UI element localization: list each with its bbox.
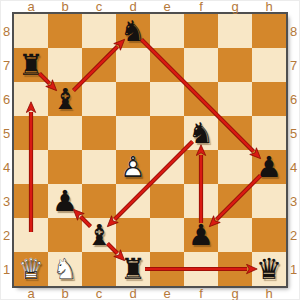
square-d1[interactable]: ♜ (116, 252, 150, 286)
file-label-top-e: e (150, 0, 184, 13)
piece-white-queen-a1[interactable]: ♕ (14, 252, 48, 286)
square-g2[interactable] (218, 218, 252, 252)
rank-label-right-5: 5 (287, 116, 300, 150)
square-d6[interactable] (116, 82, 150, 116)
square-c8[interactable] (82, 14, 116, 48)
square-g7[interactable] (218, 48, 252, 82)
file-label-bottom-c: c (82, 287, 116, 300)
piece-white-pawn-d4[interactable]: ♙ (116, 150, 150, 184)
square-c5[interactable] (82, 116, 116, 150)
file-label-bottom-d: d (116, 287, 150, 300)
file-label-top-h: h (252, 0, 286, 13)
chess-board: ♞♜♝♞♟♙♟♟♝♟♛♕♞♘♜♛ (14, 14, 286, 286)
square-e7[interactable] (150, 48, 184, 82)
square-c2[interactable]: ♝ (82, 218, 116, 252)
square-d4[interactable]: ♟♙ (116, 150, 150, 184)
square-h8[interactable] (252, 14, 286, 48)
file-label-bottom-g: g (218, 287, 252, 300)
file-label-top-c: c (82, 0, 116, 13)
piece-black-queen-h1[interactable]: ♛ (252, 252, 286, 286)
square-d3[interactable] (116, 184, 150, 218)
rank-label-left-6: 6 (0, 82, 13, 116)
square-e5[interactable] (150, 116, 184, 150)
file-label-top-a: a (14, 0, 48, 13)
file-label-top-g: g (218, 0, 252, 13)
square-b5[interactable] (48, 116, 82, 150)
piece-black-bishop-b6[interactable]: ♝ (48, 82, 82, 116)
square-a6[interactable] (14, 82, 48, 116)
file-label-top-b: b (48, 0, 82, 13)
square-g4[interactable] (218, 150, 252, 184)
square-e2[interactable] (150, 218, 184, 252)
square-c7[interactable] (82, 48, 116, 82)
rank-label-left-1: 1 (0, 252, 13, 286)
square-f3[interactable] (184, 184, 218, 218)
square-c1[interactable] (82, 252, 116, 286)
square-d2[interactable] (116, 218, 150, 252)
square-b8[interactable] (48, 14, 82, 48)
piece-black-rook-d1[interactable]: ♜ (116, 252, 150, 286)
piece-black-knight-f5[interactable]: ♞ (184, 116, 218, 150)
square-a4[interactable] (14, 150, 48, 184)
square-f2[interactable]: ♟ (184, 218, 218, 252)
square-b2[interactable] (48, 218, 82, 252)
file-label-top-f: f (184, 0, 218, 13)
piece-black-rook-a7[interactable]: ♜ (14, 48, 48, 82)
square-f1[interactable] (184, 252, 218, 286)
square-g3[interactable] (218, 184, 252, 218)
file-label-bottom-a: a (14, 287, 48, 300)
square-e3[interactable] (150, 184, 184, 218)
square-a2[interactable] (14, 218, 48, 252)
square-b3[interactable]: ♟ (48, 184, 82, 218)
square-h4[interactable]: ♟ (252, 150, 286, 184)
file-label-bottom-b: b (48, 287, 82, 300)
square-h3[interactable] (252, 184, 286, 218)
square-h6[interactable] (252, 82, 286, 116)
square-f5[interactable]: ♞ (184, 116, 218, 150)
square-h2[interactable] (252, 218, 286, 252)
rank-label-left-7: 7 (0, 48, 13, 82)
square-a1[interactable]: ♛♕ (14, 252, 48, 286)
square-h5[interactable] (252, 116, 286, 150)
square-h1[interactable]: ♛ (252, 252, 286, 286)
file-label-bottom-h: h (252, 287, 286, 300)
square-b4[interactable] (48, 150, 82, 184)
square-c6[interactable] (82, 82, 116, 116)
square-d5[interactable] (116, 116, 150, 150)
rank-label-right-4: 4 (287, 150, 300, 184)
square-g5[interactable] (218, 116, 252, 150)
square-f6[interactable] (184, 82, 218, 116)
rank-label-right-3: 3 (287, 184, 300, 218)
piece-white-knight-b1[interactable]: ♘ (48, 252, 82, 286)
rank-label-right-1: 1 (287, 252, 300, 286)
chess-diagram: ♞♜♝♞♟♙♟♟♝♟♛♕♞♘♜♛ aabbccddeeffgghh8877665… (0, 0, 300, 300)
file-label-top-d: d (116, 0, 150, 13)
square-a5[interactable] (14, 116, 48, 150)
square-e4[interactable] (150, 150, 184, 184)
rank-label-left-8: 8 (0, 14, 13, 48)
rank-label-right-7: 7 (287, 48, 300, 82)
square-b7[interactable] (48, 48, 82, 82)
square-f8[interactable] (184, 14, 218, 48)
rank-label-left-5: 5 (0, 116, 13, 150)
file-label-bottom-e: e (150, 287, 184, 300)
square-b1[interactable]: ♞♘ (48, 252, 82, 286)
square-c3[interactable] (82, 184, 116, 218)
square-f4[interactable] (184, 150, 218, 184)
piece-black-pawn-b3[interactable]: ♟ (48, 184, 82, 218)
piece-black-bishop-c2[interactable]: ♝ (82, 218, 116, 252)
rank-label-left-4: 4 (0, 150, 13, 184)
square-d8[interactable]: ♞ (116, 14, 150, 48)
square-f7[interactable] (184, 48, 218, 82)
square-c4[interactable] (82, 150, 116, 184)
square-g1[interactable] (218, 252, 252, 286)
square-a3[interactable] (14, 184, 48, 218)
square-e8[interactable] (150, 14, 184, 48)
square-g8[interactable] (218, 14, 252, 48)
square-a7[interactable]: ♜ (14, 48, 48, 82)
rank-label-right-2: 2 (287, 218, 300, 252)
rank-label-left-3: 3 (0, 184, 13, 218)
square-d7[interactable] (116, 48, 150, 82)
file-label-bottom-f: f (184, 287, 218, 300)
square-e6[interactable] (150, 82, 184, 116)
rank-label-right-8: 8 (287, 14, 300, 48)
piece-black-pawn-f2[interactable]: ♟ (184, 218, 218, 252)
square-e1[interactable] (150, 252, 184, 286)
piece-black-pawn-h4[interactable]: ♟ (252, 150, 286, 184)
square-h7[interactable] (252, 48, 286, 82)
square-b6[interactable]: ♝ (48, 82, 82, 116)
piece-black-knight-d8[interactable]: ♞ (116, 14, 150, 48)
rank-label-right-6: 6 (287, 82, 300, 116)
square-a8[interactable] (14, 14, 48, 48)
rank-label-left-2: 2 (0, 218, 13, 252)
square-g6[interactable] (218, 82, 252, 116)
